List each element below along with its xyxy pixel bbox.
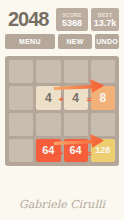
score-box: SCORE 5368	[56, 8, 88, 31]
tile-128: 128	[91, 139, 115, 162]
best-box: BEST 13.7k	[91, 8, 119, 31]
app-2048: 2048 SCORE 5368 BEST 13.7k MENU NEW UNDO…	[0, 0, 124, 220]
tile-8: 8	[91, 86, 115, 109]
undo-button[interactable]: UNDO	[95, 34, 119, 49]
new-game-button[interactable]: NEW	[58, 34, 92, 49]
empty-cell	[9, 139, 33, 162]
tile-64: 64	[64, 139, 88, 162]
tile-64: 64	[36, 139, 60, 162]
empty-cell	[36, 60, 60, 83]
score-value: 5368	[56, 18, 88, 28]
empty-cell	[36, 113, 60, 136]
empty-cell	[9, 113, 33, 136]
header: 2048 SCORE 5368 BEST 13.7k	[5, 8, 119, 31]
empty-cell	[91, 60, 115, 83]
toolbar: MENU NEW UNDO	[5, 34, 119, 49]
empty-cell	[91, 113, 115, 136]
app-title: 2048	[8, 8, 49, 31]
empty-cell	[64, 60, 88, 83]
menu-button[interactable]: MENU	[5, 34, 55, 49]
best-value: 13.7k	[91, 18, 119, 28]
empty-cell	[9, 60, 33, 83]
empty-cell	[9, 86, 33, 109]
tile-4: 4	[36, 86, 60, 109]
tile-4: 4	[64, 86, 88, 109]
board-grid[interactable]: 4486464128	[5, 56, 119, 166]
empty-cell	[64, 113, 88, 136]
author-signature: Gabriele Cirulli	[0, 198, 124, 211]
